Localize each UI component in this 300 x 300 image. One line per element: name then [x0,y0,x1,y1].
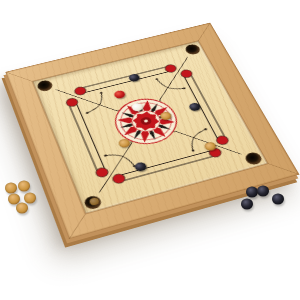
pocket-top-left [36,79,54,92]
coin-light[interactable] [24,193,36,204]
coin-black[interactable] [272,194,284,205]
pocket-top-right [183,43,201,56]
coin-light[interactable] [5,183,17,194]
scene [0,0,300,300]
coin-light[interactable] [16,203,28,214]
coin-black[interactable] [257,186,269,197]
coin-light[interactable] [18,181,30,192]
pocket-bottom-right [243,151,264,166]
coin-black[interactable] [241,199,253,210]
